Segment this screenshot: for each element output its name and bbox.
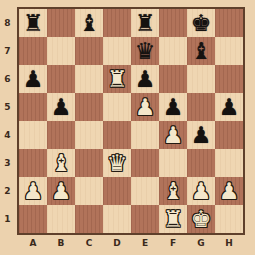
square-a5[interactable] — [19, 93, 47, 121]
square-f5[interactable]: ♟ — [159, 93, 187, 121]
square-h2[interactable]: ♟ — [215, 177, 243, 205]
square-c2[interactable] — [75, 177, 103, 205]
square-f3[interactable] — [159, 149, 187, 177]
square-a6[interactable]: ♟ — [19, 65, 47, 93]
square-e3[interactable] — [131, 149, 159, 177]
square-b4[interactable] — [47, 121, 75, 149]
square-g4[interactable]: ♟ — [187, 121, 215, 149]
square-b2[interactable]: ♟ — [47, 177, 75, 205]
white-pawn[interactable]: ♟ — [219, 177, 240, 205]
square-h3[interactable] — [215, 149, 243, 177]
black-pawn[interactable]: ♟ — [51, 93, 72, 121]
white-rook[interactable]: ♜ — [107, 65, 128, 93]
square-f2[interactable]: ♝ — [159, 177, 187, 205]
file-label-g: G — [187, 236, 215, 250]
square-d7[interactable] — [103, 37, 131, 65]
white-bishop[interactable]: ♝ — [163, 177, 184, 205]
black-pawn[interactable]: ♟ — [163, 93, 184, 121]
file-label-d: D — [103, 236, 131, 250]
square-b8[interactable] — [47, 9, 75, 37]
file-label-e: E — [131, 236, 159, 250]
square-c7[interactable] — [75, 37, 103, 65]
white-rook[interactable]: ♜ — [163, 205, 184, 233]
file-label-b: B — [47, 236, 75, 250]
white-pawn[interactable]: ♟ — [163, 121, 184, 149]
square-c6[interactable] — [75, 65, 103, 93]
board-grid: ♜♝♜♚♛♝♟♜♟♟♟♟♟♟♟♝♛♟♟♝♟♟♜♚ — [19, 9, 243, 233]
white-bishop[interactable]: ♝ — [51, 149, 72, 177]
square-h7[interactable] — [215, 37, 243, 65]
square-c4[interactable] — [75, 121, 103, 149]
rank-label-8: 8 — [1, 9, 14, 37]
square-g1[interactable]: ♚ — [187, 205, 215, 233]
square-a2[interactable]: ♟ — [19, 177, 47, 205]
square-e7[interactable]: ♛ — [131, 37, 159, 65]
square-a7[interactable] — [19, 37, 47, 65]
white-pawn[interactable]: ♟ — [191, 177, 212, 205]
square-h8[interactable] — [215, 9, 243, 37]
file-label-a: A — [19, 236, 47, 250]
square-e8[interactable]: ♜ — [131, 9, 159, 37]
square-g8[interactable]: ♚ — [187, 9, 215, 37]
white-pawn[interactable]: ♟ — [51, 177, 72, 205]
square-h4[interactable] — [215, 121, 243, 149]
white-queen[interactable]: ♛ — [107, 149, 128, 177]
black-pawn[interactable]: ♟ — [219, 93, 240, 121]
rank-label-4: 4 — [1, 121, 14, 149]
rank-label-5: 5 — [1, 93, 14, 121]
white-pawn[interactable]: ♟ — [135, 93, 156, 121]
square-f6[interactable] — [159, 65, 187, 93]
black-bishop[interactable]: ♝ — [79, 9, 100, 37]
square-h5[interactable]: ♟ — [215, 93, 243, 121]
square-e5[interactable]: ♟ — [131, 93, 159, 121]
square-g2[interactable]: ♟ — [187, 177, 215, 205]
rank-label-7: 7 — [1, 37, 14, 65]
square-d5[interactable] — [103, 93, 131, 121]
square-a1[interactable] — [19, 205, 47, 233]
square-d3[interactable]: ♛ — [103, 149, 131, 177]
square-h1[interactable] — [215, 205, 243, 233]
square-h6[interactable] — [215, 65, 243, 93]
square-b1[interactable] — [47, 205, 75, 233]
rank-label-2: 2 — [1, 177, 14, 205]
square-d1[interactable] — [103, 205, 131, 233]
square-d8[interactable] — [103, 9, 131, 37]
square-g5[interactable] — [187, 93, 215, 121]
square-d4[interactable] — [103, 121, 131, 149]
chess-board: ♜♝♜♚♛♝♟♜♟♟♟♟♟♟♟♝♛♟♟♝♟♟♜♚ — [17, 7, 245, 235]
rank-label-3: 3 — [1, 149, 14, 177]
square-f7[interactable] — [159, 37, 187, 65]
chess-diagram: { "game": "chess", "position": { "fen": … — [0, 0, 255, 255]
square-e2[interactable] — [131, 177, 159, 205]
black-rook[interactable]: ♜ — [135, 9, 156, 37]
square-d2[interactable] — [103, 177, 131, 205]
square-a3[interactable] — [19, 149, 47, 177]
square-f4[interactable]: ♟ — [159, 121, 187, 149]
square-e6[interactable]: ♟ — [131, 65, 159, 93]
square-c5[interactable] — [75, 93, 103, 121]
black-pawn[interactable]: ♟ — [191, 121, 212, 149]
white-king[interactable]: ♚ — [191, 205, 212, 233]
file-label-h: H — [215, 236, 243, 250]
square-e1[interactable] — [131, 205, 159, 233]
square-a4[interactable] — [19, 121, 47, 149]
square-e4[interactable] — [131, 121, 159, 149]
square-b7[interactable] — [47, 37, 75, 65]
square-b5[interactable]: ♟ — [47, 93, 75, 121]
square-c8[interactable]: ♝ — [75, 9, 103, 37]
black-bishop[interactable]: ♝ — [191, 37, 212, 65]
rank-label-1: 1 — [1, 205, 14, 233]
black-queen[interactable]: ♛ — [135, 37, 156, 65]
white-pawn[interactable]: ♟ — [23, 177, 44, 205]
square-c3[interactable] — [75, 149, 103, 177]
black-pawn[interactable]: ♟ — [23, 65, 44, 93]
square-g3[interactable] — [187, 149, 215, 177]
black-rook[interactable]: ♜ — [23, 9, 44, 37]
rank-label-6: 6 — [1, 65, 14, 93]
black-pawn[interactable]: ♟ — [135, 65, 156, 93]
square-b3[interactable]: ♝ — [47, 149, 75, 177]
square-d6[interactable]: ♜ — [103, 65, 131, 93]
square-a8[interactable]: ♜ — [19, 9, 47, 37]
square-c1[interactable] — [75, 205, 103, 233]
file-label-c: C — [75, 236, 103, 250]
black-king[interactable]: ♚ — [191, 9, 212, 37]
square-g7[interactable]: ♝ — [187, 37, 215, 65]
square-f8[interactable] — [159, 9, 187, 37]
square-b6[interactable] — [47, 65, 75, 93]
square-g6[interactable] — [187, 65, 215, 93]
file-label-f: F — [159, 236, 187, 250]
square-f1[interactable]: ♜ — [159, 205, 187, 233]
